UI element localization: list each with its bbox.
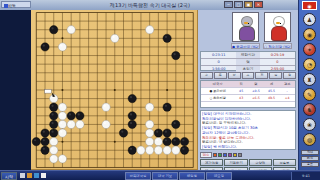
black-stone[interactable]	[128, 146, 136, 154]
white-stone[interactable]	[67, 26, 75, 34]
mini-button-7[interactable]: 창	[283, 72, 296, 79]
score-value-cell: +0.5	[248, 88, 264, 94]
stone-highlight	[43, 139, 45, 141]
score-value-cell: 45	[234, 88, 248, 94]
emoticon-swatch-6[interactable]	[238, 153, 242, 157]
os-taskbar: 시작 바둑대국실대국 기보채팅창메모장 9:41	[0, 170, 320, 180]
white-stone[interactable]	[50, 155, 58, 163]
avatar-beak	[276, 22, 280, 24]
score-header-cell: 덤	[248, 81, 264, 87]
black-player-name[interactable]: ● 붉은바위 (9단)	[231, 43, 260, 49]
mini-button-1[interactable]: 수	[200, 72, 213, 79]
white-info-value: 0:25:19	[260, 52, 295, 58]
hoshi-point	[166, 89, 168, 91]
white-stone[interactable]	[58, 155, 66, 163]
taskbar-button-4[interactable]: 메모장	[206, 172, 232, 180]
score-value-cell: 49.5	[264, 95, 280, 101]
strip-small-button-2[interactable]: 캡쳐	[301, 156, 319, 161]
emoticon-palette	[213, 153, 242, 157]
stone-highlight	[104, 105, 106, 107]
menu-badge-icon-7[interactable]: ♞	[303, 103, 316, 116]
app-icon	[4, 4, 8, 8]
white-stone[interactable]	[58, 112, 66, 120]
white-stone[interactable]	[58, 129, 66, 137]
black-stone[interactable]	[163, 103, 171, 111]
stone-highlight	[130, 148, 132, 150]
taskbar-button-2[interactable]: 대국 기보	[152, 172, 178, 180]
stone-highlight	[51, 131, 53, 133]
white-info-value: 0	[260, 59, 295, 65]
white-player-avatar	[264, 12, 291, 42]
stone-highlight	[147, 148, 149, 150]
hoshi-point	[61, 37, 63, 39]
side-icon-strip: ◉ ♟◉✦◔♜✎♞❀◍최대캡쳐종료	[298, 0, 320, 170]
menu-badge-icon-4[interactable]: ◔	[303, 58, 316, 71]
action-button-3[interactable]: 수상전	[249, 159, 272, 166]
background-window-label: 바둑	[8, 3, 16, 8]
white-stone[interactable]	[146, 129, 154, 137]
system-tray-clock: 9:41	[291, 172, 320, 180]
score-value-cell: +6.5	[248, 95, 264, 101]
stone-highlight	[112, 36, 114, 38]
score-header-cell: 계	[264, 81, 280, 87]
room-list-button[interactable]: ▣	[244, 1, 253, 8]
black-stone[interactable]	[41, 129, 49, 137]
stone-highlight	[130, 122, 132, 124]
quicklaunch-icon-1[interactable]	[20, 173, 25, 178]
black-stone[interactable]	[50, 26, 58, 34]
white-stone[interactable]	[137, 146, 145, 154]
score-row-1[interactable]: ● 붉은바위45+0.545.5-	[201, 88, 295, 95]
score-table: 대국자집덤계결과● 붉은바위45+0.545.5-○ 흰오리왕43+6.549.…	[200, 80, 296, 108]
white-stone[interactable]	[172, 146, 180, 154]
stone-highlight	[51, 139, 53, 141]
white-stone[interactable]	[50, 146, 58, 154]
white-stone[interactable]	[58, 43, 66, 51]
close-room-button[interactable]: ◉	[302, 1, 317, 10]
stone-highlight	[78, 122, 80, 124]
emoticon-swatch-5[interactable]	[233, 153, 237, 157]
stone-highlight	[165, 105, 167, 107]
go-board-grid[interactable]	[31, 10, 198, 170]
score-header-cell: 집	[234, 81, 248, 87]
score-player-cell: ○ 흰오리왕	[201, 95, 234, 101]
info-label: 덤	[236, 59, 260, 65]
stone-highlight	[147, 131, 149, 133]
score-value-cell: -	[279, 88, 295, 94]
menu-badge-icon-3[interactable]: ✦	[303, 43, 316, 56]
black-stone[interactable]	[41, 43, 49, 51]
stone-highlight	[139, 148, 141, 150]
stone-highlight	[51, 156, 53, 158]
taskbar-button-1[interactable]: 바둑대국실	[125, 172, 151, 180]
stone-highlight	[104, 122, 106, 124]
stone-highlight	[51, 122, 53, 124]
info-label: 제한시간	[236, 52, 260, 58]
black-stone[interactable]	[128, 94, 136, 102]
stone-highlight	[69, 122, 71, 124]
hoshi-point	[61, 89, 63, 91]
black-player-avatar	[232, 12, 259, 42]
avatar-beak	[244, 22, 248, 24]
white-stone[interactable]	[154, 138, 162, 146]
black-stone[interactable]	[172, 120, 180, 128]
send-button[interactable]: 전송	[200, 152, 212, 158]
score-header-cell: 결과	[279, 81, 295, 87]
stone-highlight	[130, 96, 132, 98]
black-stone[interactable]	[128, 112, 136, 120]
mini-button-3[interactable]: 분	[228, 72, 241, 79]
stone-highlight	[60, 113, 62, 115]
info-row-1: 0:23:11제한시간0:25:19	[201, 52, 295, 59]
mini-button-2[interactable]: 돌	[214, 72, 227, 79]
white-stone[interactable]	[146, 103, 154, 111]
stone-highlight	[78, 113, 80, 115]
chat-send-row: 전송	[200, 151, 296, 158]
strip-small-button-3[interactable]: 종료	[301, 162, 319, 167]
stone-highlight	[147, 27, 149, 29]
white-stone[interactable]	[163, 146, 171, 154]
white-stone[interactable]	[58, 103, 66, 111]
black-stone[interactable]	[128, 120, 136, 128]
white-stone[interactable]	[154, 146, 162, 154]
black-info-value: 0:23:11	[201, 52, 236, 58]
black-stone[interactable]	[119, 129, 127, 137]
black-stone[interactable]	[41, 138, 49, 146]
chat-message-8: [알림] 백 차례입니다.	[202, 145, 294, 150]
go-board[interactable]	[31, 10, 198, 170]
stone-highlight	[60, 131, 62, 133]
black-stone[interactable]	[163, 129, 171, 137]
stone-highlight	[51, 27, 53, 29]
stone-highlight	[130, 113, 132, 115]
emoticon-swatch-4[interactable]	[228, 153, 232, 157]
stone-highlight	[69, 27, 71, 29]
last-move-tag	[45, 90, 52, 94]
white-stone[interactable]	[50, 138, 58, 146]
quicklaunch-icon-4[interactable]	[41, 173, 46, 178]
stone-highlight	[43, 131, 45, 133]
black-stone[interactable]	[163, 138, 171, 146]
black-stone[interactable]	[172, 138, 180, 146]
hoshi-point	[114, 89, 116, 91]
score-header-cell: 대국자	[201, 81, 234, 87]
game-info-table: 0:23:11제한시간0:25:190덤01:56:00초읽기2:55:00	[200, 51, 296, 71]
stone-highlight	[43, 44, 45, 46]
info-row-2: 0덤0	[201, 59, 295, 66]
emoticon-swatch-3[interactable]	[223, 153, 227, 157]
white-stone[interactable]	[146, 26, 154, 34]
quicklaunch-icon-2[interactable]	[27, 173, 32, 178]
menu-badge-icon-8[interactable]: ❀	[303, 118, 316, 131]
black-stone[interactable]	[50, 120, 58, 128]
black-stone[interactable]	[50, 129, 58, 137]
stone-highlight	[165, 148, 167, 150]
emoticon-swatch-2[interactable]	[218, 153, 222, 157]
stone-highlight	[147, 105, 149, 107]
black-stone[interactable]	[163, 34, 171, 42]
stone-highlight	[165, 36, 167, 38]
white-player-name[interactable]: ○ 흰오리왕 (9단)	[263, 43, 292, 49]
stone-highlight	[60, 122, 62, 124]
stone-highlight	[121, 131, 123, 133]
stone-highlight	[174, 139, 176, 141]
white-stone[interactable]	[76, 120, 84, 128]
hoshi-point	[61, 141, 63, 143]
stone-highlight	[51, 148, 53, 150]
stone-highlight	[182, 148, 184, 150]
stone-highlight	[182, 139, 184, 141]
black-info-value: 0	[201, 59, 236, 65]
mini-button-6[interactable]: 설	[269, 72, 282, 79]
white-stone[interactable]	[146, 138, 154, 146]
score-value-cell: 43	[234, 95, 248, 101]
start-button[interactable]: 시작	[1, 172, 17, 180]
mini-toolbar: 수돌분초저설창	[200, 72, 296, 79]
black-stone[interactable]	[172, 51, 180, 59]
stone-highlight	[51, 113, 53, 115]
avatar-body	[239, 26, 255, 41]
white-stone[interactable]	[58, 120, 66, 128]
black-stone[interactable]	[76, 112, 84, 120]
stone-highlight	[147, 122, 149, 124]
white-stone[interactable]	[102, 120, 110, 128]
white-stone[interactable]	[111, 34, 119, 42]
chat-log[interactable]: [알림] 대국이 시작되었습니다.흰오리왕님이 입장하셨습니다.붉은바위: 잘 …	[200, 110, 296, 150]
hoshi-point	[114, 141, 116, 143]
score-player-cell: ● 붉은바위	[201, 88, 234, 94]
stone-highlight	[174, 53, 176, 55]
stone-highlight	[156, 139, 158, 141]
stone-highlight	[174, 122, 176, 124]
stone-highlight	[60, 105, 62, 107]
maximize-button[interactable]: □	[234, 1, 243, 8]
strip-small-button-1[interactable]: 최대	[301, 150, 319, 155]
black-stone[interactable]	[32, 138, 40, 146]
app-window: 바둑 제13기 바둑왕전 속기 대국실 (2국) ─□▣✕ ◉ ♟◉✦◔♜✎♞❀…	[0, 0, 320, 180]
close-button[interactable]: ✕	[254, 1, 263, 8]
stone-highlight	[156, 148, 158, 150]
window-title: 제13기 바둑왕전 속기 대국실 (2국)	[70, 1, 230, 9]
stone-highlight	[60, 156, 62, 158]
black-stone[interactable]	[41, 146, 49, 154]
game-side-panel: ● 붉은바위 (9단) ○ 흰오리왕 (9단) 0:23:11제한시간0:25:…	[198, 10, 298, 170]
stone-highlight	[51, 105, 53, 107]
menu-badge-icon-1[interactable]: ♟	[303, 13, 316, 26]
action-button-1[interactable]: 계가신청	[200, 159, 223, 166]
desktop-margin	[0, 10, 31, 170]
menu-badge-icon-9[interactable]: ◍	[303, 133, 316, 146]
emoticon-swatch-1[interactable]	[213, 153, 217, 157]
mini-button-4[interactable]: 초	[242, 72, 255, 79]
black-stone[interactable]	[50, 112, 58, 120]
white-stone[interactable]	[146, 120, 154, 128]
mini-button-5[interactable]: 저	[255, 72, 268, 79]
stone-highlight	[60, 44, 62, 46]
stone-highlight	[174, 148, 176, 150]
score-value-cell: +4	[279, 95, 295, 101]
score-header-row: 대국자집덤계결과	[201, 81, 295, 88]
score-row-2[interactable]: ○ 흰오리왕43+6.549.5+4	[201, 95, 295, 102]
menu-badge-icon-5[interactable]: ♜	[303, 73, 316, 86]
black-stone[interactable]	[154, 129, 162, 137]
stone-highlight	[156, 131, 158, 133]
avatar-body	[271, 26, 287, 41]
minimize-button[interactable]: ─	[224, 1, 233, 8]
background-window-tab[interactable]: 바둑	[1, 1, 31, 8]
black-stone[interactable]	[67, 112, 75, 120]
action-button-2[interactable]: 기권하기	[224, 159, 247, 166]
white-stone[interactable]	[67, 120, 75, 128]
action-button-4[interactable]: 무승부	[273, 159, 296, 166]
stone-highlight	[34, 139, 36, 141]
stone-highlight	[165, 139, 167, 141]
black-stone[interactable]	[50, 103, 58, 111]
black-stone[interactable]	[180, 146, 188, 154]
score-value-cell: 45.5	[264, 88, 280, 94]
menu-badge-icon-2[interactable]: ◉	[303, 28, 316, 41]
menu-badge-icon-6[interactable]: ✎	[303, 88, 316, 101]
stone-highlight	[165, 131, 167, 133]
taskbar-button-3[interactable]: 채팅창	[179, 172, 205, 180]
white-stone[interactable]	[102, 103, 110, 111]
black-stone[interactable]	[180, 138, 188, 146]
stone-highlight	[147, 139, 149, 141]
stone-highlight	[69, 113, 71, 115]
white-stone[interactable]	[146, 146, 154, 154]
stone-highlight	[43, 148, 45, 150]
quicklaunch-icon-3[interactable]	[34, 173, 39, 178]
